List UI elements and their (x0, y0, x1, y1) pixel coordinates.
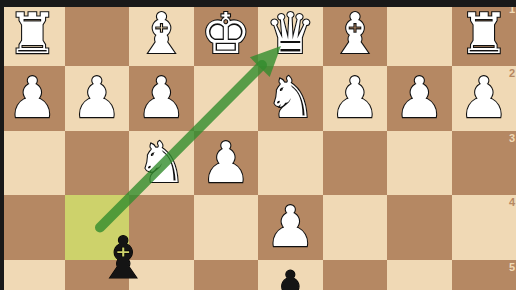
video-frame: ♜♝♚♛♝♜♟♟♟♞♟♟♟♞♟♟♟12345 ♝ (0, 0, 516, 290)
square-g3[interactable] (65, 131, 130, 196)
square-c3[interactable] (323, 131, 388, 196)
piece-black-pawn-d5[interactable]: ♟ (258, 260, 323, 290)
square-d4[interactable]: ♟ (258, 195, 323, 260)
piece-black-bishop-g4[interactable]: ♝ (91, 226, 156, 290)
square-g2[interactable]: ♟ (65, 66, 130, 131)
square-e4[interactable] (194, 195, 259, 260)
square-c4[interactable] (323, 195, 388, 260)
rank-label-4: 4 (509, 196, 516, 208)
piece-white-pawn-b2[interactable]: ♟ (387, 66, 452, 131)
square-e2[interactable] (194, 66, 259, 131)
piece-white-pawn-e3[interactable]: ♟ (194, 131, 259, 196)
rank-label-5: 5 (509, 261, 516, 273)
square-g1[interactable] (65, 2, 130, 67)
piece-white-bishop-f1[interactable]: ♝ (129, 2, 194, 67)
square-d3[interactable] (258, 131, 323, 196)
top-letterbox-bar (0, 0, 516, 7)
piece-white-pawn-g2[interactable]: ♟ (65, 66, 130, 131)
square-f2[interactable]: ♟ (129, 66, 194, 131)
piece-white-pawn-f2[interactable]: ♟ (129, 66, 194, 131)
piece-white-bishop-c1[interactable]: ♝ (323, 2, 388, 67)
square-e3[interactable]: ♟ (194, 131, 259, 196)
piece-white-pawn-c2[interactable]: ♟ (323, 66, 388, 131)
piece-white-queen-d1[interactable]: ♛ (258, 2, 323, 67)
square-f3[interactable]: ♞ (129, 131, 194, 196)
square-a5[interactable] (452, 260, 516, 290)
piece-white-pawn-d4[interactable]: ♟ (258, 195, 323, 260)
square-d2[interactable]: ♞ (258, 66, 323, 131)
piece-white-rook-a1[interactable]: ♜ (452, 2, 516, 67)
square-h1[interactable]: ♜ (0, 2, 65, 67)
piece-white-king-e1[interactable]: ♚ (194, 2, 259, 67)
square-b5[interactable] (387, 260, 452, 290)
square-b1[interactable] (387, 2, 452, 67)
square-f1[interactable]: ♝ (129, 2, 194, 67)
square-e1[interactable]: ♚ (194, 2, 259, 67)
square-h4[interactable] (0, 195, 65, 260)
left-letterbox-bar (0, 0, 4, 290)
square-a1[interactable]: ♜ (452, 2, 516, 67)
square-b3[interactable] (387, 131, 452, 196)
rank-label-3: 3 (509, 132, 516, 144)
square-c5[interactable] (323, 260, 388, 290)
rank-label-2: 2 (509, 67, 516, 79)
square-b4[interactable] (387, 195, 452, 260)
piece-white-pawn-h2[interactable]: ♟ (0, 66, 65, 131)
square-h5[interactable] (0, 260, 65, 290)
square-a3[interactable] (452, 131, 516, 196)
square-h2[interactable]: ♟ (0, 66, 65, 131)
square-d5[interactable]: ♟ (258, 260, 323, 290)
piece-white-knight-d2[interactable]: ♞ (258, 66, 323, 131)
animating-black-bishop[interactable]: ♝ (91, 226, 156, 290)
square-h3[interactable] (0, 131, 65, 196)
piece-white-pawn-a2[interactable]: ♟ (452, 66, 516, 131)
square-b2[interactable]: ♟ (387, 66, 452, 131)
piece-white-knight-f3[interactable]: ♞ (129, 131, 194, 196)
square-c2[interactable]: ♟ (323, 66, 388, 131)
square-c1[interactable]: ♝ (323, 2, 388, 67)
piece-white-rook-h1[interactable]: ♜ (0, 2, 65, 67)
square-a4[interactable] (452, 195, 516, 260)
square-e5[interactable] (194, 260, 259, 290)
square-d1[interactable]: ♛ (258, 2, 323, 67)
chess-board[interactable]: ♜♝♚♛♝♜♟♟♟♞♟♟♟♞♟♟♟12345 (0, 2, 516, 290)
square-a2[interactable]: ♟ (452, 66, 516, 131)
